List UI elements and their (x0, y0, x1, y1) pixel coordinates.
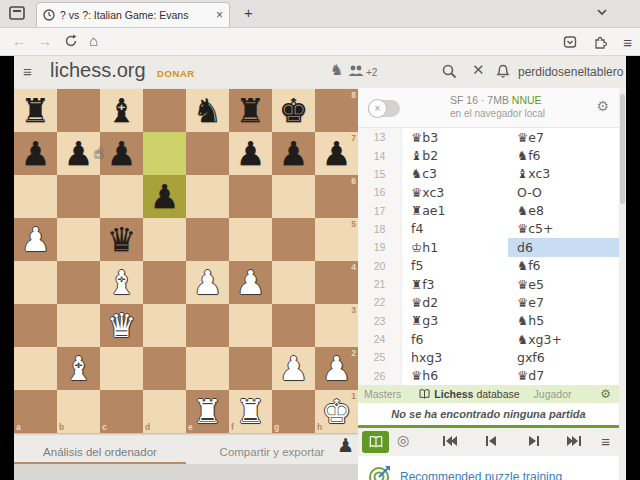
browser-tab[interactable]: ? vs ?: Italian Game: Evans × (36, 2, 230, 27)
piece-wp-a5[interactable]: ♟ (14, 218, 57, 261)
scrollbar-thumb[interactable] (620, 94, 625, 204)
move-cell[interactable]: ♞f6 (508, 257, 619, 275)
tab-computer-analysis[interactable]: Análisis del ordenador (14, 440, 186, 464)
move-22-white[interactable]: ♛d2 (411, 295, 438, 310)
move-cell[interactable]: ♛c5+ (508, 220, 619, 238)
analysis-panel: × SF 16 · 7MB NNUE en el navegador local… (358, 88, 619, 480)
square-g8[interactable]: ♚ (272, 89, 315, 132)
square-d1[interactable]: d (143, 390, 186, 433)
tab-close-icon[interactable]: × (216, 8, 223, 22)
square-g3[interactable] (272, 304, 315, 347)
site-header: ≡ lichess.org DONAR ♞ +2 ✕ perdidosenelt… (14, 56, 626, 88)
square-b2[interactable]: ♝ (57, 347, 100, 390)
analysis-menu-icon[interactable]: ≡ (601, 433, 610, 450)
move-cell[interactable]: f4 (402, 220, 508, 238)
piece-wp-f4[interactable]: ♟ (229, 261, 272, 304)
piece-wb-b2[interactable]: ♝ (57, 347, 100, 390)
square-d6[interactable]: ♟ (143, 175, 186, 218)
tab-share-export[interactable]: Compartir y exportar (186, 440, 358, 464)
move-cell[interactable]: ♞c3 (402, 165, 508, 183)
square-g1[interactable]: g (272, 390, 315, 433)
browser-menu-icon[interactable]: ≡ (623, 34, 632, 51)
challenge-knight-icon[interactable]: ♞ (330, 61, 343, 79)
forward-icon[interactable]: → (38, 33, 52, 49)
coord-file-g: g (274, 422, 279, 432)
square-g2[interactable]: ♟ (272, 347, 315, 390)
move-24-black[interactable]: ♞xg3+ (517, 332, 562, 347)
square-g5[interactable] (272, 218, 315, 261)
coord-rank-7: 7 (351, 133, 356, 143)
move-row-21: 21♜f3♛e5 (358, 275, 619, 293)
square-h4[interactable]: 4 (315, 261, 358, 304)
square-e1[interactable]: ♜e (186, 390, 229, 433)
piece-br-f8[interactable]: ♜ (229, 89, 272, 132)
square-e5[interactable] (186, 218, 229, 261)
square-a8[interactable]: ♜ (14, 89, 57, 132)
pocket-save-icon[interactable] (563, 35, 577, 49)
square-c7[interactable]: ♟ (100, 132, 143, 175)
next-move-button[interactable] (528, 435, 540, 447)
square-e4[interactable]: ♟ (186, 261, 229, 304)
coord-file-f: f (231, 422, 234, 432)
move-25-black[interactable]: gxf6 (517, 350, 545, 365)
square-b8[interactable] (57, 89, 100, 132)
goto-end-button[interactable] (566, 435, 582, 447)
tab-title: ? vs ?: Italian Game: Evans (60, 9, 200, 21)
engine-box: × SF 16 · 7MB NNUE en el navegador local… (358, 88, 619, 128)
move-cell[interactable]: ♝xc3 (508, 165, 619, 183)
puzzle-training-row: Recommended puzzle training (358, 456, 619, 480)
square-d7[interactable] (143, 132, 186, 175)
move-cell[interactable]: gxf6 (508, 348, 619, 366)
piece-wb-c4[interactable]: ♝ (100, 261, 143, 304)
move-13-black[interactable]: ♛e7 (517, 130, 544, 145)
username[interactable]: perdidoseneltablero (518, 65, 623, 79)
move-cell[interactable]: hxg3 (402, 348, 508, 366)
coord-file-b: b (59, 422, 64, 432)
square-d3[interactable] (143, 304, 186, 347)
move-26-black[interactable]: ♛d7 (517, 368, 544, 383)
square-e6[interactable] (186, 175, 229, 218)
screen: ? vs ?: Italian Game: Evans × + ← → ⌂ ht… (0, 0, 640, 480)
notifications-bell-icon[interactable] (496, 64, 510, 79)
practice-target-icon[interactable]: ◎ (397, 432, 409, 448)
square-h6[interactable]: 6 (315, 175, 358, 218)
square-a7[interactable]: ♟ (14, 132, 57, 175)
move-18-white[interactable]: f4 (411, 221, 423, 236)
square-h3[interactable]: 3 (315, 304, 358, 347)
square-g6[interactable] (272, 175, 315, 218)
move-number: 24 (358, 330, 402, 348)
move-cell[interactable]: ♛d7 (508, 367, 619, 385)
coord-rank-1: 1 (351, 391, 356, 401)
move-number: 26 (358, 367, 402, 385)
square-a4[interactable] (14, 261, 57, 304)
opening-explorer-tabs: Masters Lichess database Jugador ⚙ (358, 385, 619, 403)
square-f3[interactable] (229, 304, 272, 347)
move-cell[interactable]: ♜f3 (402, 275, 508, 293)
square-g4[interactable] (272, 261, 315, 304)
move-21-white[interactable]: ♜f3 (411, 277, 435, 292)
move-list: 13♛b3♛e714♝b2♞f615♞c3♝xc316♛xc3O-O17♜ae1… (358, 128, 619, 385)
piece-bp-a7[interactable]: ♟ (14, 132, 57, 175)
engine-toggle-knob[interactable]: × (368, 99, 387, 118)
engine-info: SF 16 · 7MB NNUE en el navegador local (450, 93, 545, 121)
explorer-settings-gear-icon[interactable]: ⚙ (600, 387, 611, 401)
panel-below-tabs (14, 464, 358, 480)
square-d2[interactable] (143, 347, 186, 390)
back-icon[interactable]: ← (12, 33, 26, 49)
square-f7[interactable]: ♟ (229, 132, 272, 175)
move-cell[interactable]: ♞h5 (508, 312, 619, 330)
square-a1[interactable]: a (14, 390, 57, 433)
move-cell[interactable]: f6 (402, 330, 508, 348)
square-d5[interactable] (143, 218, 186, 261)
coord-rank-4: 4 (351, 262, 356, 272)
move-row-17: 17♜ae1♞e8 (358, 201, 619, 219)
square-h5[interactable]: 5 (315, 218, 358, 261)
move-16-black[interactable]: O-O (517, 185, 542, 200)
move-19-black-current[interactable]: d6 (517, 240, 533, 255)
move-row-23: 23♜g3♞h5 (358, 312, 619, 330)
explorer-tab-player[interactable]: Jugador (534, 388, 572, 400)
square-f5[interactable] (229, 218, 272, 261)
players-icon[interactable] (348, 65, 364, 77)
piece-wp-e4[interactable]: ♟ (186, 261, 229, 304)
move-cell[interactable]: d6 (508, 238, 619, 256)
move-23-white[interactable]: ♜g3 (411, 313, 438, 328)
square-a2[interactable] (14, 347, 57, 390)
move-row-13: 13♛b3♛e7 (358, 128, 619, 146)
move-13-white[interactable]: ♛b3 (411, 130, 438, 145)
explorer-empty-message: No se ha encontrado ninguna partida (358, 403, 619, 425)
home-icon[interactable]: ⌂ (89, 32, 98, 49)
coord-file-h: h (317, 422, 322, 432)
move-row-22: 22♛d2♛e7 (358, 293, 619, 311)
move-cell[interactable]: ♛xc3 (402, 183, 508, 201)
move-number: 17 (358, 201, 402, 219)
coord-file-e: e (188, 422, 193, 432)
extensions-puzzle-icon[interactable] (593, 35, 607, 49)
square-g7[interactable]: ♟ (272, 132, 315, 175)
move-cell[interactable]: ♞e8 (508, 201, 619, 219)
book-icon (369, 436, 383, 448)
move-number: 20 (358, 257, 402, 275)
firefox-view-icon[interactable] (8, 4, 26, 22)
square-a6[interactable] (14, 175, 57, 218)
move-cell[interactable]: ♞f6 (508, 146, 619, 164)
coord-rank-3: 3 (351, 305, 356, 315)
previous-move-button[interactable] (485, 435, 497, 447)
move-number: 21 (358, 275, 402, 293)
move-cell[interactable]: ♜ae1 (402, 201, 508, 219)
explorer-book-button[interactable] (362, 431, 389, 453)
move-cell[interactable]: ♝b2 (402, 146, 508, 164)
move-20-black[interactable]: ♞f6 (517, 258, 541, 273)
lichess-page: ≡ lichess.org DONAR ♞ +2 ✕ perdidosenelt… (14, 56, 626, 480)
piece-wq-c3[interactable]: ♛ (100, 304, 143, 347)
square-d4[interactable] (143, 261, 186, 304)
piece-bp-g7[interactable]: ♟ (272, 132, 315, 175)
coord-file-a: a (16, 422, 21, 432)
move-row-25: 25hxg3gxf6 (358, 348, 619, 366)
move-row-14: 14♝b2♞f6 (358, 146, 619, 164)
explorer-tab-masters[interactable]: Masters (364, 388, 401, 400)
move-21-black[interactable]: ♛e5 (517, 277, 544, 292)
move-cell[interactable]: O-O (508, 183, 619, 201)
move-cell[interactable]: ♜g3 (402, 312, 508, 330)
move-number: 18 (358, 220, 402, 238)
move-cell[interactable]: ♞xg3+ (508, 330, 619, 348)
piece-bn-e8[interactable]: ♞ (186, 89, 229, 132)
coord-rank-5: 5 (351, 219, 356, 229)
goto-start-button[interactable] (442, 435, 458, 447)
square-e2[interactable] (186, 347, 229, 390)
move-16-white[interactable]: ♛xc3 (411, 185, 444, 200)
square-c8[interactable]: ♝ (100, 89, 143, 132)
reload-icon[interactable] (64, 34, 78, 48)
square-f6[interactable] (229, 175, 272, 218)
move-22-black[interactable]: ♛e7 (517, 295, 544, 310)
piece-bp-c7[interactable]: ♟ (100, 132, 143, 175)
square-c2[interactable] (100, 347, 143, 390)
piece-bq-c5[interactable]: ♛ (100, 218, 143, 261)
move-14-white[interactable]: ♝b2 (411, 148, 438, 163)
square-b4[interactable] (57, 261, 100, 304)
move-cell[interactable]: ♛e5 (508, 275, 619, 293)
move-17-white[interactable]: ♜ae1 (411, 203, 446, 218)
mouse-cursor: ☝ (94, 144, 103, 162)
coord-rank-8: 8 (351, 90, 356, 100)
square-b3[interactable] (57, 304, 100, 347)
move-number: 23 (358, 312, 402, 330)
square-e7[interactable] (186, 132, 229, 175)
online-counter: +2 (366, 67, 377, 78)
square-b1[interactable]: b (57, 390, 100, 433)
engine-toggle[interactable]: × (368, 100, 400, 117)
square-a3[interactable] (14, 304, 57, 347)
square-h8[interactable]: 8 (315, 89, 358, 132)
move-19-white[interactable]: ♔h1 (411, 240, 438, 255)
piece-wp-g2[interactable]: ♟ (272, 347, 315, 390)
square-h7[interactable]: ♟7 (315, 132, 358, 175)
chess-board[interactable]: ♜♝♞♜♚8♟♟♟♟♟♟7♟6♟♛5♝♟♟4♛3♝♟♟2abcd♜e♜fg♚h1 (14, 89, 358, 433)
move-cell[interactable]: ♛e7 (508, 128, 619, 146)
square-e8[interactable]: ♞ (186, 89, 229, 132)
square-f4[interactable]: ♟ (229, 261, 272, 304)
move-row-26: 26♛h6♛d7 (358, 367, 619, 385)
square-c6[interactable] (100, 175, 143, 218)
move-row-20: 20f5♞f6 (358, 257, 619, 275)
clock-icon (43, 9, 55, 21)
list-tabs-chevron-icon[interactable] (596, 8, 608, 16)
move-15-white[interactable]: ♞c3 (411, 166, 437, 181)
site-menu-icon[interactable]: ≡ (23, 63, 32, 80)
move-number: 19 (358, 238, 402, 256)
new-tab-button[interactable]: + (244, 4, 253, 21)
move-number: 14 (358, 146, 402, 164)
move-row-16: 16♛xc3O-O (358, 183, 619, 201)
book-icon (419, 389, 430, 399)
lichess-logo[interactable]: lichess.org (50, 59, 146, 82)
square-f2[interactable] (229, 347, 272, 390)
move-number: 13 (358, 128, 402, 146)
square-c5[interactable]: ♛ (100, 218, 143, 261)
move-cell[interactable]: ♛h6 (402, 367, 508, 385)
move-number: 15 (358, 165, 402, 183)
move-23-black[interactable]: ♞h5 (517, 313, 544, 328)
browser-tab-bar: ? vs ?: Italian Game: Evans × + (0, 0, 640, 28)
move-row-18: 18f4♛c5+ (358, 220, 619, 238)
square-h2[interactable]: ♟2 (315, 347, 358, 390)
square-h1[interactable]: ♚h1 (315, 390, 358, 433)
piece-bp-d6[interactable]: ♟ (143, 175, 186, 218)
page-scrollbar[interactable] (619, 88, 626, 480)
move-row-19: 19♔h1d6 (358, 238, 619, 256)
move-15-black[interactable]: ♝xc3 (517, 166, 550, 181)
square-c4[interactable]: ♝ (100, 261, 143, 304)
move-20-white[interactable]: f5 (411, 258, 423, 273)
explorer-tab-lichess[interactable]: Lichess database (419, 388, 519, 400)
move-cell[interactable]: ♛d2 (402, 293, 508, 311)
piece-br-a8[interactable]: ♜ (14, 89, 57, 132)
coord-file-c: c (102, 422, 107, 432)
move-cell[interactable]: ♛e7 (508, 293, 619, 311)
puzzle-training-link[interactable]: Recommended puzzle training (400, 470, 562, 480)
square-a5[interactable]: ♟ (14, 218, 57, 261)
close-icon[interactable]: ✕ (472, 61, 485, 79)
move-cell[interactable]: f5 (402, 257, 508, 275)
engine-settings-gear-icon[interactable]: ⚙ (596, 98, 609, 114)
piece-bp-f7[interactable]: ♟ (229, 132, 272, 175)
controls-bar: ◎ ≡ (358, 428, 619, 456)
move-17-black[interactable]: ♞e8 (517, 203, 544, 218)
move-18-black[interactable]: ♛c5+ (517, 221, 554, 236)
browser-toolbar: ← → ⌂ https://lichess.org/ppwyE5XH#38 ☆ … (0, 28, 640, 56)
square-e3[interactable] (186, 304, 229, 347)
coord-file-d: d (145, 422, 150, 432)
move-26-white[interactable]: ♛h6 (411, 368, 438, 383)
move-25-white[interactable]: hxg3 (411, 350, 442, 365)
square-c1[interactable]: c (100, 390, 143, 433)
move-row-24: 24f6♞xg3+ (358, 330, 619, 348)
piece-bk-g8[interactable]: ♚ (272, 89, 315, 132)
search-icon[interactable] (442, 64, 457, 79)
move-row-15: 15♞c3♝xc3 (358, 165, 619, 183)
analysis-tabs: Análisis del ordenador Compartir y expor… (14, 440, 358, 464)
donate-link[interactable]: DONAR (157, 68, 195, 79)
square-c3[interactable]: ♛ (100, 304, 143, 347)
coord-rank-6: 6 (351, 176, 356, 186)
square-b5[interactable] (57, 218, 100, 261)
move-14-black[interactable]: ♞f6 (517, 148, 541, 163)
square-b6[interactable] (57, 175, 100, 218)
move-cell[interactable]: ♛b3 (402, 128, 508, 146)
piece-bb-c8[interactable]: ♝ (100, 89, 143, 132)
move-number: 25 (358, 348, 402, 366)
coord-rank-2: 2 (351, 348, 356, 358)
square-f8[interactable]: ♜ (229, 89, 272, 132)
move-24-white[interactable]: f6 (411, 332, 423, 347)
move-number: 22 (358, 293, 402, 311)
piece-wr-f1[interactable]: ♜ (229, 390, 272, 433)
move-cell[interactable]: ♔h1 (402, 238, 508, 256)
square-d8[interactable] (143, 89, 186, 132)
square-f1[interactable]: ♜f (229, 390, 272, 433)
move-number: 16 (358, 183, 402, 201)
puzzle-dart-icon (368, 464, 392, 480)
